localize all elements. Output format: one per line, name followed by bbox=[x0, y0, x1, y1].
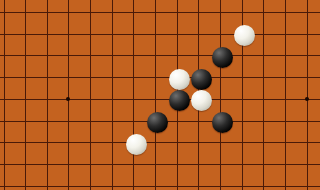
intersection[interactable] bbox=[14, 110, 36, 132]
intersection[interactable] bbox=[231, 131, 253, 153]
intersection[interactable] bbox=[58, 153, 80, 175]
intersection[interactable] bbox=[14, 23, 36, 45]
intersection[interactable] bbox=[101, 66, 123, 88]
intersection[interactable] bbox=[209, 153, 231, 175]
intersection[interactable] bbox=[79, 1, 101, 23]
intersection[interactable] bbox=[144, 88, 166, 110]
intersection[interactable] bbox=[101, 23, 123, 45]
intersection[interactable] bbox=[296, 23, 318, 45]
intersection[interactable] bbox=[36, 131, 58, 153]
stone-white bbox=[126, 134, 147, 155]
intersection[interactable] bbox=[231, 175, 253, 190]
intersection[interactable] bbox=[101, 131, 123, 153]
intersection[interactable] bbox=[187, 23, 209, 45]
intersection[interactable] bbox=[166, 175, 188, 190]
intersection[interactable] bbox=[144, 1, 166, 23]
intersection[interactable] bbox=[209, 23, 231, 45]
intersection[interactable] bbox=[123, 1, 145, 23]
intersection[interactable] bbox=[231, 23, 253, 45]
intersection[interactable] bbox=[231, 66, 253, 88]
intersection[interactable] bbox=[36, 153, 58, 175]
intersection[interactable] bbox=[296, 153, 318, 175]
intersection[interactable] bbox=[187, 66, 209, 88]
intersection[interactable] bbox=[209, 1, 231, 23]
intersection[interactable] bbox=[58, 23, 80, 45]
stone-black bbox=[169, 90, 190, 111]
intersection[interactable] bbox=[79, 131, 101, 153]
intersection[interactable] bbox=[252, 88, 274, 110]
intersection[interactable] bbox=[14, 45, 36, 67]
intersection[interactable] bbox=[231, 88, 253, 110]
intersection[interactable] bbox=[14, 66, 36, 88]
intersection[interactable] bbox=[296, 175, 318, 190]
stone-black bbox=[212, 112, 233, 133]
intersection[interactable] bbox=[252, 66, 274, 88]
stone-black bbox=[212, 47, 233, 68]
intersection[interactable] bbox=[252, 45, 274, 67]
intersection[interactable] bbox=[296, 88, 318, 110]
intersection[interactable] bbox=[36, 175, 58, 190]
intersection[interactable] bbox=[79, 23, 101, 45]
intersection[interactable] bbox=[101, 110, 123, 132]
intersection[interactable] bbox=[252, 153, 274, 175]
intersection-grid bbox=[0, 1, 317, 190]
intersection[interactable] bbox=[166, 1, 188, 23]
intersection[interactable] bbox=[187, 88, 209, 110]
intersection[interactable] bbox=[58, 66, 80, 88]
intersection[interactable] bbox=[209, 66, 231, 88]
intersection[interactable] bbox=[79, 45, 101, 67]
intersection[interactable] bbox=[274, 23, 296, 45]
stone-white bbox=[169, 69, 190, 90]
intersection[interactable] bbox=[274, 131, 296, 153]
intersection[interactable] bbox=[296, 110, 318, 132]
stone-white bbox=[191, 90, 212, 111]
intersection[interactable] bbox=[166, 45, 188, 67]
intersection[interactable] bbox=[101, 88, 123, 110]
intersection[interactable] bbox=[0, 66, 14, 88]
intersection[interactable] bbox=[144, 66, 166, 88]
intersection[interactable] bbox=[101, 1, 123, 23]
intersection[interactable] bbox=[123, 131, 145, 153]
intersection[interactable] bbox=[274, 110, 296, 132]
goban-board[interactable] bbox=[0, 0, 320, 190]
intersection[interactable] bbox=[58, 110, 80, 132]
intersection[interactable] bbox=[252, 1, 274, 23]
intersection[interactable] bbox=[58, 175, 80, 190]
intersection[interactable] bbox=[252, 175, 274, 190]
intersection[interactable] bbox=[209, 88, 231, 110]
intersection[interactable] bbox=[14, 1, 36, 23]
intersection[interactable] bbox=[36, 110, 58, 132]
intersection[interactable] bbox=[274, 175, 296, 190]
intersection[interactable] bbox=[187, 175, 209, 190]
intersection[interactable] bbox=[36, 88, 58, 110]
intersection[interactable] bbox=[209, 45, 231, 67]
intersection[interactable] bbox=[123, 110, 145, 132]
intersection[interactable] bbox=[58, 1, 80, 23]
intersection[interactable] bbox=[14, 131, 36, 153]
intersection[interactable] bbox=[296, 45, 318, 67]
stone-white bbox=[234, 25, 255, 46]
intersection[interactable] bbox=[0, 153, 14, 175]
intersection[interactable] bbox=[123, 88, 145, 110]
intersection[interactable] bbox=[101, 45, 123, 67]
intersection[interactable] bbox=[187, 110, 209, 132]
intersection[interactable] bbox=[166, 66, 188, 88]
intersection[interactable] bbox=[58, 88, 80, 110]
stone-black bbox=[147, 112, 168, 133]
intersection[interactable] bbox=[123, 45, 145, 67]
intersection[interactable] bbox=[123, 153, 145, 175]
intersection[interactable] bbox=[166, 110, 188, 132]
intersection[interactable] bbox=[252, 23, 274, 45]
intersection[interactable] bbox=[296, 66, 318, 88]
intersection[interactable] bbox=[0, 1, 14, 23]
intersection[interactable] bbox=[0, 131, 14, 153]
intersection[interactable] bbox=[187, 153, 209, 175]
intersection[interactable] bbox=[123, 175, 145, 190]
intersection[interactable] bbox=[0, 110, 14, 132]
intersection[interactable] bbox=[144, 45, 166, 67]
intersection[interactable] bbox=[101, 175, 123, 190]
intersection[interactable] bbox=[14, 88, 36, 110]
intersection[interactable] bbox=[0, 23, 14, 45]
intersection[interactable] bbox=[0, 88, 14, 110]
intersection[interactable] bbox=[187, 1, 209, 23]
intersection[interactable] bbox=[274, 153, 296, 175]
intersection[interactable] bbox=[274, 45, 296, 67]
intersection[interactable] bbox=[0, 175, 14, 190]
intersection[interactable] bbox=[187, 131, 209, 153]
intersection[interactable] bbox=[58, 45, 80, 67]
intersection[interactable] bbox=[144, 131, 166, 153]
intersection[interactable] bbox=[36, 45, 58, 67]
intersection[interactable] bbox=[296, 1, 318, 23]
intersection[interactable] bbox=[209, 175, 231, 190]
intersection[interactable] bbox=[274, 1, 296, 23]
intersection[interactable] bbox=[166, 153, 188, 175]
gomoku-window bbox=[0, 0, 320, 190]
intersection[interactable] bbox=[231, 153, 253, 175]
intersection[interactable] bbox=[123, 23, 145, 45]
intersection[interactable] bbox=[79, 110, 101, 132]
intersection[interactable] bbox=[79, 66, 101, 88]
intersection[interactable] bbox=[79, 175, 101, 190]
intersection[interactable] bbox=[231, 1, 253, 23]
intersection[interactable] bbox=[36, 1, 58, 23]
intersection[interactable] bbox=[296, 131, 318, 153]
intersection[interactable] bbox=[101, 153, 123, 175]
intersection[interactable] bbox=[231, 45, 253, 67]
intersection[interactable] bbox=[274, 66, 296, 88]
intersection[interactable] bbox=[123, 66, 145, 88]
intersection[interactable] bbox=[0, 45, 14, 67]
intersection[interactable] bbox=[166, 88, 188, 110]
intersection[interactable] bbox=[79, 153, 101, 175]
intersection[interactable] bbox=[36, 23, 58, 45]
intersection[interactable] bbox=[144, 110, 166, 132]
intersection[interactable] bbox=[79, 88, 101, 110]
intersection[interactable] bbox=[231, 110, 253, 132]
intersection[interactable] bbox=[36, 66, 58, 88]
intersection[interactable] bbox=[14, 153, 36, 175]
intersection[interactable] bbox=[187, 45, 209, 67]
intersection[interactable] bbox=[144, 153, 166, 175]
stone-black bbox=[191, 69, 212, 90]
intersection[interactable] bbox=[274, 88, 296, 110]
intersection[interactable] bbox=[14, 175, 36, 190]
intersection[interactable] bbox=[252, 110, 274, 132]
intersection[interactable] bbox=[144, 175, 166, 190]
intersection[interactable] bbox=[166, 131, 188, 153]
intersection[interactable] bbox=[209, 131, 231, 153]
intersection[interactable] bbox=[209, 110, 231, 132]
intersection[interactable] bbox=[166, 23, 188, 45]
intersection[interactable] bbox=[58, 131, 80, 153]
intersection[interactable] bbox=[252, 131, 274, 153]
intersection[interactable] bbox=[144, 23, 166, 45]
